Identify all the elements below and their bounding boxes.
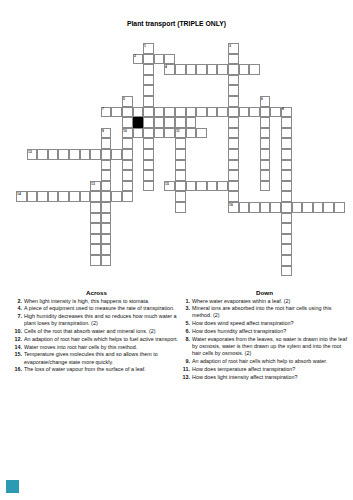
- crossword-cell[interactable]: [58, 149, 69, 160]
- crossword-cell[interactable]: [207, 107, 218, 118]
- crossword-cell[interactable]: [175, 107, 186, 118]
- crossword-cell[interactable]: [260, 202, 271, 213]
- crossword-cell[interactable]: [281, 223, 292, 234]
- clue-item-number: 8.: [181, 336, 192, 358]
- clue-item-number: 14.: [13, 344, 24, 351]
- clue-item-number: 10.: [13, 328, 24, 335]
- crossword-cell[interactable]: [228, 170, 239, 181]
- clue-item-number: 5.: [181, 320, 192, 327]
- clue-item-text: How does humidity affect transpiration?: [192, 328, 348, 335]
- brand-logo: [6, 480, 19, 493]
- crossword-cell[interactable]: [122, 138, 133, 149]
- clue-item-text: When light intensity is high, this happe…: [24, 298, 180, 305]
- crossword-cell[interactable]: [217, 107, 228, 118]
- crossword-cell[interactable]: [122, 117, 133, 128]
- crossword-cell[interactable]: [101, 234, 112, 245]
- clue-item-text: Cells of the root that absorb water and …: [24, 328, 180, 335]
- clue-item-text: The loss of water vapour from the surfac…: [24, 366, 180, 373]
- clue-item-text: How does wind speed affect transpiration…: [192, 320, 348, 327]
- clue-number-7: 7: [102, 107, 104, 110]
- crossword-cell[interactable]: [90, 255, 101, 266]
- crossword-cell[interactable]: [143, 54, 154, 65]
- crossword-cell[interactable]: [154, 54, 165, 65]
- clue-item-number: 4.: [13, 305, 24, 312]
- crossword-cell[interactable]: [69, 149, 80, 160]
- crossword-cell[interactable]: [122, 170, 133, 181]
- clue-number-9: 9: [102, 129, 104, 132]
- crossword-cell[interactable]: [143, 128, 154, 139]
- clue-item: 6.How does humidity affect transpiration…: [181, 328, 348, 335]
- crossword-cell[interactable]: [143, 96, 154, 107]
- crossword-cell[interactable]: [101, 213, 112, 224]
- clue-item: 2.When light intensity is high, this hap…: [13, 298, 180, 305]
- crossword-cell[interactable]: [239, 202, 250, 213]
- crossword-cell[interactable]: [249, 64, 260, 75]
- crossword-cell[interactable]: [302, 202, 313, 213]
- crossword-cell[interactable]: [101, 223, 112, 234]
- clue-number-12: 12: [28, 150, 32, 153]
- crossword-cell[interactable]: [164, 107, 175, 118]
- crossword-cell[interactable]: [90, 202, 101, 213]
- crossword-cell[interactable]: [101, 244, 112, 255]
- clue-item-number: 2.: [13, 298, 24, 305]
- crossword-cell[interactable]: [143, 160, 154, 171]
- crossword-cell[interactable]: [122, 107, 133, 118]
- crossword-cell[interactable]: [164, 117, 175, 128]
- crossword-cell[interactable]: [143, 64, 154, 75]
- clue-item-text: An adaption of root hair cells which hel…: [192, 358, 348, 365]
- crossword-cell[interactable]: [313, 202, 324, 213]
- clue-item-text: An adaption of root hair cells which hel…: [24, 336, 180, 343]
- clue-item-number: 3.: [181, 305, 192, 319]
- crossword-cell[interactable]: [143, 138, 154, 149]
- clue-item: 9.An adaption of root hair cells which h…: [181, 358, 348, 365]
- crossword-cell[interactable]: [281, 117, 292, 128]
- clue-item-text: High humidity decreases this and so redu…: [24, 313, 180, 327]
- crossword-cell[interactable]: [111, 149, 122, 160]
- crossword-cell[interactable]: [175, 160, 186, 171]
- clue-item-number: 12.: [13, 336, 24, 343]
- crossword-cell[interactable]: [281, 160, 292, 171]
- crossword-cell[interactable]: [186, 117, 197, 128]
- clue-item-number: 16.: [13, 366, 24, 373]
- crossword-cell[interactable]: [239, 64, 250, 75]
- clue-number-1: 1: [144, 44, 146, 47]
- crossword-cell[interactable]: [207, 181, 218, 192]
- crossword-cell[interactable]: [143, 170, 154, 181]
- crossword-cell[interactable]: [37, 149, 48, 160]
- crossword-cell[interactable]: [111, 107, 122, 118]
- crossword-cell[interactable]: [101, 149, 112, 160]
- crossword-cell[interactable]: [228, 181, 239, 192]
- crossword-cell[interactable]: [334, 202, 345, 213]
- crossword-cell[interactable]: [249, 202, 260, 213]
- crossword-cell[interactable]: [228, 96, 239, 107]
- clue-number-14: 14: [17, 192, 21, 195]
- crossword-cell[interactable]: [122, 160, 133, 171]
- crossword-cell[interactable]: [90, 234, 101, 245]
- across-clue-list: 2.When light intensity is high, this hap…: [13, 298, 180, 374]
- crossword-cell[interactable]: [281, 244, 292, 255]
- clue-item: 10.Cells of the root that absorb water a…: [13, 328, 180, 335]
- crossword-cell[interactable]: [90, 191, 101, 202]
- clue-item: 12.An adaption of root hair cells which …: [13, 336, 180, 343]
- crossword-cell[interactable]: [228, 75, 239, 86]
- clue-item-text: Water moves into root hair cells by this…: [24, 344, 180, 351]
- crossword-cell[interactable]: [80, 149, 91, 160]
- down-clues: Down 1.Where water evaporates within a l…: [181, 289, 348, 381]
- clue-item-text: A piece of equipment used to measure the…: [24, 305, 180, 312]
- crossword-cell[interactable]: [175, 181, 186, 192]
- crossword-cell[interactable]: [101, 202, 112, 213]
- crossword-cell[interactable]: [133, 107, 144, 118]
- crossword-cell[interactable]: [196, 181, 207, 192]
- clue-item-text: How does temperature affect transpiratio…: [192, 366, 348, 373]
- crossword-cell[interactable]: [186, 181, 197, 192]
- crossword-cell[interactable]: [58, 191, 69, 202]
- page-title: Plant transport (TRIPLE ONLY): [0, 20, 353, 27]
- crossword-cell[interactable]: [133, 128, 144, 139]
- clue-number-6: 6: [261, 97, 263, 100]
- clue-item-number: 7.: [13, 313, 24, 327]
- crossword-cell[interactable]: [101, 191, 112, 202]
- crossword-cell[interactable]: [207, 64, 218, 75]
- crossword-cell[interactable]: [37, 191, 48, 202]
- crossword-cell[interactable]: [164, 54, 175, 65]
- down-heading: Down: [181, 289, 348, 296]
- clue-item: 1.Where water evaporates within a leaf. …: [181, 298, 348, 305]
- crossword-cell[interactable]: [101, 160, 112, 171]
- crossword-cell[interactable]: [186, 64, 197, 75]
- crossword-cell[interactable]: [143, 107, 154, 118]
- crossword-cell[interactable]: [239, 107, 250, 118]
- crossword-cell[interactable]: [143, 85, 154, 96]
- crossword-cell[interactable]: [281, 170, 292, 181]
- crossword-cell[interactable]: [48, 149, 59, 160]
- crossword-cell[interactable]: [228, 64, 239, 75]
- crossword-cell[interactable]: [90, 223, 101, 234]
- down-clue-list: 1.Where water evaporates within a leaf. …: [181, 298, 348, 381]
- crossword-cell[interactable]: [27, 191, 38, 202]
- crossword-cell[interactable]: [154, 128, 165, 139]
- crossword-cell[interactable]: [186, 128, 197, 139]
- crossword-cell[interactable]: [101, 181, 112, 192]
- crossword-cell[interactable]: [281, 266, 292, 277]
- crossword-cell[interactable]: [228, 149, 239, 160]
- clue-item: 3.Mineral ions are absorbed into the roo…: [181, 305, 348, 319]
- crossword-cell[interactable]: [281, 213, 292, 224]
- crossword-cell[interactable]: [228, 191, 239, 202]
- clue-item: 13.How does light intensity affect trans…: [181, 374, 348, 381]
- crossword-cell[interactable]: [101, 170, 112, 181]
- crossword-cell[interactable]: [323, 202, 334, 213]
- crossword-cell[interactable]: [260, 181, 271, 192]
- crossword-cell[interactable]: [175, 170, 186, 181]
- clue-item-text: How does light intensity affect transpir…: [192, 374, 348, 381]
- crossword-cell[interactable]: [228, 138, 239, 149]
- crossword-cell[interactable]: [260, 160, 271, 171]
- crossword-cell[interactable]: [90, 244, 101, 255]
- crossword-cell[interactable]: [228, 128, 239, 139]
- crossword-cell[interactable]: [80, 191, 91, 202]
- crossword-cell[interactable]: [196, 128, 207, 139]
- crossword-cell[interactable]: [270, 107, 281, 118]
- crossword-cell[interactable]: [154, 117, 165, 128]
- crossword-cell[interactable]: [228, 54, 239, 65]
- crossword-cell[interactable]: [122, 191, 133, 202]
- crossword-cell[interactable]: [90, 149, 101, 160]
- clue-item: 7.High humidity decreases this and so re…: [13, 313, 180, 327]
- clue-number-15: 15: [165, 182, 169, 185]
- crossword-cell[interactable]: [260, 107, 271, 118]
- crossword-cell[interactable]: [228, 117, 239, 128]
- crossword-cell[interactable]: [260, 138, 271, 149]
- crossword-cell[interactable]: [292, 202, 303, 213]
- clue-item: 16.The loss of water vapour from the sur…: [13, 366, 180, 373]
- crossword-cell[interactable]: [175, 117, 186, 128]
- crossword-cell[interactable]: [281, 255, 292, 266]
- crossword-cell[interactable]: [111, 191, 122, 202]
- crossword-cell[interactable]: [164, 128, 175, 139]
- crossword-cell[interactable]: [217, 181, 228, 192]
- across-heading: Across: [13, 289, 180, 296]
- crossword-cell[interactable]: [143, 181, 154, 192]
- crossword-cell[interactable]: [281, 202, 292, 213]
- crossword-cell[interactable]: [281, 149, 292, 160]
- crossword-cell[interactable]: [260, 128, 271, 139]
- clue-item-number: 9.: [181, 358, 192, 365]
- crossword-cell[interactable]: [196, 64, 207, 75]
- clue-item-number: 1.: [181, 298, 192, 305]
- clue-number-10: 10: [123, 129, 127, 132]
- across-clues: Across 2.When light intensity is high, t…: [13, 289, 180, 374]
- crossword-cell[interactable]: [260, 170, 271, 181]
- crossword-cell[interactable]: [281, 181, 292, 192]
- crossword-cell[interactable]: [217, 64, 228, 75]
- crossword-cell[interactable]: [281, 191, 292, 202]
- clue-item-text: Where water evaporates within a leaf. (2…: [192, 298, 348, 305]
- clue-number-16: 16: [229, 203, 233, 206]
- crossword-cell[interactable]: [228, 107, 239, 118]
- crossword-cell[interactable]: [175, 191, 186, 202]
- crossword-cell[interactable]: [143, 75, 154, 86]
- black-cell: [133, 117, 144, 128]
- crossword-cell[interactable]: [249, 107, 260, 118]
- clue-item-number: 13.: [181, 374, 192, 381]
- crossword-cell[interactable]: [101, 138, 112, 149]
- clue-number-13: 13: [91, 182, 95, 185]
- clue-item-text: Mineral ions are absorbed into the root …: [192, 305, 348, 319]
- crossword-cell[interactable]: [260, 149, 271, 160]
- crossword-cell[interactable]: [143, 117, 154, 128]
- clue-number-2: 2: [134, 54, 136, 57]
- crossword-cell[interactable]: [228, 160, 239, 171]
- crossword-cell[interactable]: [101, 255, 112, 266]
- clue-item: 8.Water evaporates from the leaves, so w…: [181, 336, 348, 358]
- crossword-cell[interactable]: [186, 107, 197, 118]
- clue-item-text: Water evaporates from the leaves, so wat…: [192, 336, 348, 358]
- clue-number-11: 11: [176, 129, 180, 132]
- crossword-cell[interactable]: [48, 191, 59, 202]
- crossword-cell[interactable]: [270, 202, 281, 213]
- clue-item: 5.How does wind speed affect transpirati…: [181, 320, 348, 327]
- crossword-cell[interactable]: [281, 138, 292, 149]
- clue-number-5: 5: [123, 97, 125, 100]
- crossword-cell[interactable]: [175, 64, 186, 75]
- clue-number-3: 3: [229, 44, 231, 47]
- clue-number-8: 8: [282, 107, 284, 110]
- crossword-cell[interactable]: [281, 128, 292, 139]
- clue-item-number: 11.: [181, 366, 192, 373]
- crossword-cell[interactable]: [90, 213, 101, 224]
- crossword-cell[interactable]: [143, 149, 154, 160]
- clue-item: 4.A piece of equipment used to measure t…: [13, 305, 180, 312]
- clue-item: 15.Temperature gives molecules this and …: [13, 351, 180, 365]
- clue-item: 14.Water moves into root hair cells by t…: [13, 344, 180, 351]
- crossword-cell[interactable]: [122, 181, 133, 192]
- crossword-cell[interactable]: [260, 117, 271, 128]
- clue-item-text: Temperature gives molecules this and so …: [24, 351, 180, 365]
- crossword-cell[interactable]: [154, 107, 165, 118]
- crossword-cell[interactable]: [175, 138, 186, 149]
- crossword-cell[interactable]: [196, 107, 207, 118]
- crossword-board: 12345678910111213141516: [16, 43, 345, 276]
- crossword-cell[interactable]: [175, 202, 186, 213]
- clue-item-number: 6.: [181, 328, 192, 335]
- clue-item-number: 15.: [13, 351, 24, 365]
- crossword-cell[interactable]: [281, 234, 292, 245]
- crossword-cell[interactable]: [122, 149, 133, 160]
- clue-item: 11.How does temperature affect transpira…: [181, 366, 348, 373]
- crossword-cell[interactable]: [175, 149, 186, 160]
- crossword-cell[interactable]: [228, 85, 239, 96]
- crossword-cell[interactable]: [69, 191, 80, 202]
